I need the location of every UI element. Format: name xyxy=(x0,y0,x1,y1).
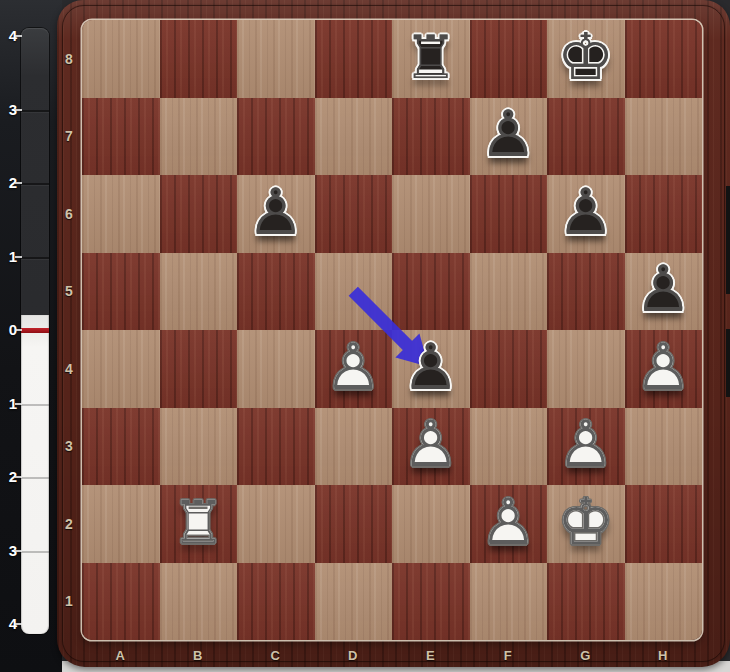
black-pawn-detail-glyph: ♙ xyxy=(470,96,548,174)
square-c4[interactable] xyxy=(237,330,315,408)
white-king-detail-glyph: ♔ xyxy=(547,483,625,561)
square-c5[interactable] xyxy=(237,253,315,331)
piece-black-king-g8[interactable]: ♚♔ xyxy=(547,20,625,98)
rank-label-2: 2 xyxy=(58,515,80,533)
square-d5[interactable] xyxy=(315,253,393,331)
square-b5[interactable] xyxy=(160,253,238,331)
eval-scale-tick xyxy=(15,403,22,405)
square-f8[interactable] xyxy=(470,20,548,98)
evaluation-panel: 432101234 xyxy=(0,0,62,672)
page-edge-notch xyxy=(726,186,730,294)
piece-white-king-g2[interactable]: ♚♔ xyxy=(547,485,625,563)
black-pawn-detail-glyph: ♙ xyxy=(392,328,470,406)
square-f4[interactable] xyxy=(470,330,548,408)
piece-white-pawn-f2[interactable]: ♟♙ xyxy=(470,485,548,563)
file-label-g: G xyxy=(571,648,601,664)
square-g4[interactable] xyxy=(547,330,625,408)
rank-label-8: 8 xyxy=(58,50,80,68)
square-c7[interactable] xyxy=(237,98,315,176)
square-d1[interactable] xyxy=(315,563,393,641)
square-h7[interactable] xyxy=(625,98,703,176)
square-b1[interactable] xyxy=(160,563,238,641)
evaluation-marker xyxy=(21,328,49,333)
square-f1[interactable] xyxy=(470,563,548,641)
square-d8[interactable] xyxy=(315,20,393,98)
file-label-c: C xyxy=(261,648,291,664)
black-pawn-detail-glyph: ♙ xyxy=(625,251,703,329)
square-e6[interactable] xyxy=(392,175,470,253)
piece-black-pawn-c6[interactable]: ♟♙ xyxy=(237,175,315,253)
square-c3[interactable] xyxy=(237,408,315,486)
rank-label-1: 1 xyxy=(58,592,80,610)
square-d3[interactable] xyxy=(315,408,393,486)
square-a8[interactable] xyxy=(82,20,160,98)
white-pawn-detail-glyph: ♙ xyxy=(625,328,703,406)
square-c1[interactable] xyxy=(237,563,315,641)
white-rook-detail-glyph: ♖ xyxy=(160,483,238,561)
eval-gridline xyxy=(21,110,49,112)
black-pawn-detail-glyph: ♙ xyxy=(547,173,625,251)
square-h8[interactable] xyxy=(625,20,703,98)
square-g7[interactable] xyxy=(547,98,625,176)
piece-black-pawn-h5[interactable]: ♟♙ xyxy=(625,253,703,331)
chess-app: 432101234 ♜♖♚♔♟♙♟♙♟♙♟♙♟♙♟♙♟♙♟♙♟♙♜♖♟♙♚♔ 8… xyxy=(0,0,730,672)
square-e7[interactable] xyxy=(392,98,470,176)
square-g1[interactable] xyxy=(547,563,625,641)
eval-scale-tick xyxy=(15,256,22,258)
square-a7[interactable] xyxy=(82,98,160,176)
square-h6[interactable] xyxy=(625,175,703,253)
file-label-e: E xyxy=(416,648,446,664)
piece-black-pawn-f7[interactable]: ♟♙ xyxy=(470,98,548,176)
white-pawn-detail-glyph: ♙ xyxy=(470,483,548,561)
square-e5[interactable] xyxy=(392,253,470,331)
square-a5[interactable] xyxy=(82,253,160,331)
eval-scale-tick xyxy=(15,109,22,111)
square-a1[interactable] xyxy=(82,563,160,641)
file-label-a: A xyxy=(106,648,136,664)
eval-gridline xyxy=(21,183,49,185)
rank-label-7: 7 xyxy=(58,127,80,145)
rank-label-4: 4 xyxy=(58,360,80,378)
black-rook-detail-glyph: ♖ xyxy=(392,20,470,96)
rank-label-6: 6 xyxy=(58,205,80,223)
file-label-h: H xyxy=(648,648,678,664)
piece-black-pawn-e4[interactable]: ♟♙ xyxy=(392,330,470,408)
white-pawn-detail-glyph: ♙ xyxy=(315,328,393,406)
square-d7[interactable] xyxy=(315,98,393,176)
eval-gridline xyxy=(21,477,49,479)
evaluation-bar-white-section xyxy=(21,315,49,634)
eval-scale-tick xyxy=(15,550,22,552)
rank-label-5: 5 xyxy=(58,282,80,300)
eval-gridline xyxy=(21,257,49,259)
piece-white-rook-b2[interactable]: ♜♖ xyxy=(160,485,238,563)
file-label-f: F xyxy=(493,648,523,664)
eval-scale-tick xyxy=(15,35,22,37)
chess-board[interactable]: ♜♖♚♔♟♙♟♙♟♙♟♙♟♙♟♙♟♙♟♙♟♙♜♖♟♙♚♔ xyxy=(82,20,702,640)
square-a4[interactable] xyxy=(82,330,160,408)
eval-scale-tick xyxy=(15,623,22,625)
square-d2[interactable] xyxy=(315,485,393,563)
square-d6[interactable] xyxy=(315,175,393,253)
rank-label-3: 3 xyxy=(58,437,80,455)
square-f6[interactable] xyxy=(470,175,548,253)
piece-black-rook-e8[interactable]: ♜♖ xyxy=(392,20,470,98)
piece-white-pawn-d4[interactable]: ♟♙ xyxy=(315,330,393,408)
file-label-d: D xyxy=(338,648,368,664)
white-pawn-detail-glyph: ♙ xyxy=(547,406,625,484)
square-f3[interactable] xyxy=(470,408,548,486)
eval-scale-tick xyxy=(15,476,22,478)
square-b7[interactable] xyxy=(160,98,238,176)
eval-scale-tick xyxy=(15,329,22,331)
square-h1[interactable] xyxy=(625,563,703,641)
eval-scale-tick xyxy=(15,182,22,184)
evaluation-bar xyxy=(21,28,49,634)
board-frame: ♜♖♚♔♟♙♟♙♟♙♟♙♟♙♟♙♟♙♟♙♟♙♜♖♟♙♚♔ 87654321ABC… xyxy=(57,0,730,667)
square-e1[interactable] xyxy=(392,563,470,641)
square-b3[interactable] xyxy=(160,408,238,486)
square-c8[interactable] xyxy=(237,20,315,98)
piece-black-pawn-g6[interactable]: ♟♙ xyxy=(547,175,625,253)
square-b4[interactable] xyxy=(160,330,238,408)
square-a2[interactable] xyxy=(82,485,160,563)
eval-gridline xyxy=(21,551,49,553)
square-a3[interactable] xyxy=(82,408,160,486)
file-label-b: B xyxy=(183,648,213,664)
black-king-detail-glyph: ♔ xyxy=(547,20,625,96)
square-b8[interactable] xyxy=(160,20,238,98)
square-a6[interactable] xyxy=(82,175,160,253)
square-f5[interactable] xyxy=(470,253,548,331)
square-h3[interactable] xyxy=(625,408,703,486)
piece-white-pawn-g3[interactable]: ♟♙ xyxy=(547,408,625,486)
piece-white-pawn-e3[interactable]: ♟♙ xyxy=(392,408,470,486)
square-g5[interactable] xyxy=(547,253,625,331)
square-b6[interactable] xyxy=(160,175,238,253)
square-c2[interactable] xyxy=(237,485,315,563)
page-edge-notch xyxy=(726,329,730,397)
white-pawn-detail-glyph: ♙ xyxy=(392,406,470,484)
black-pawn-detail-glyph: ♙ xyxy=(237,173,315,251)
eval-gridline xyxy=(21,404,49,406)
square-e2[interactable] xyxy=(392,485,470,563)
piece-white-pawn-h4[interactable]: ♟♙ xyxy=(625,330,703,408)
square-h2[interactable] xyxy=(625,485,703,563)
